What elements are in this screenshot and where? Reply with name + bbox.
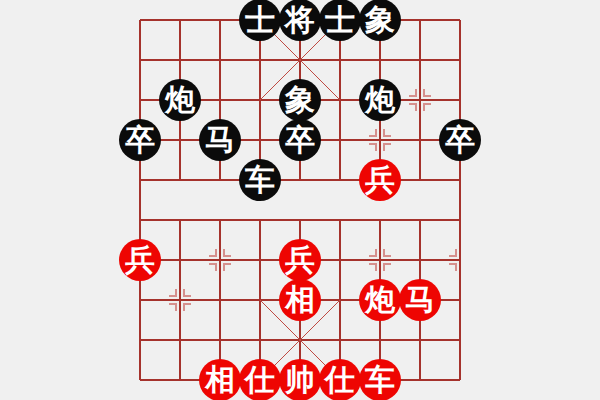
piece-black-soldier[interactable]: 卒 bbox=[279, 119, 321, 161]
piece-black-soldier[interactable]: 卒 bbox=[439, 119, 481, 161]
piece-red-advisor[interactable]: 仕 bbox=[319, 359, 361, 400]
xiangqi-piece-layer[interactable]: 士将士象炮象炮卒马卒卒车兵兵兵相炮马相仕帅仕车 bbox=[120, 0, 480, 400]
piece-glyph: 帅 bbox=[285, 365, 315, 395]
piece-glyph: 士 bbox=[245, 5, 275, 35]
piece-black-elephant[interactable]: 象 bbox=[279, 79, 321, 121]
piece-glyph: 士 bbox=[325, 5, 355, 35]
piece-glyph: 车 bbox=[245, 165, 275, 195]
piece-black-cannon[interactable]: 炮 bbox=[159, 79, 201, 121]
piece-glyph: 马 bbox=[405, 285, 435, 315]
piece-glyph: 将 bbox=[285, 5, 315, 35]
piece-black-cannon[interactable]: 炮 bbox=[359, 79, 401, 121]
piece-black-horse[interactable]: 马 bbox=[199, 119, 241, 161]
piece-red-horse[interactable]: 马 bbox=[399, 279, 441, 321]
xiangqi-app-screen: 士将士象炮象炮卒马卒卒车兵兵兵相炮马相仕帅仕车 bbox=[0, 0, 600, 400]
piece-red-advisor[interactable]: 仕 bbox=[239, 359, 281, 400]
piece-glyph: 象 bbox=[285, 85, 315, 115]
piece-black-soldier[interactable]: 卒 bbox=[119, 119, 161, 161]
piece-red-soldier[interactable]: 兵 bbox=[279, 239, 321, 281]
piece-red-soldier[interactable]: 兵 bbox=[359, 159, 401, 201]
piece-glyph: 兵 bbox=[285, 245, 315, 275]
piece-glyph: 卒 bbox=[125, 125, 155, 155]
piece-glyph: 车 bbox=[365, 365, 395, 395]
piece-black-elephant[interactable]: 象 bbox=[359, 0, 401, 41]
piece-red-soldier[interactable]: 兵 bbox=[119, 239, 161, 281]
piece-glyph: 相 bbox=[205, 365, 235, 395]
piece-black-chariot[interactable]: 车 bbox=[239, 159, 281, 201]
piece-red-general[interactable]: 帅 bbox=[279, 359, 321, 400]
piece-glyph: 卒 bbox=[285, 125, 315, 155]
piece-red-cannon[interactable]: 炮 bbox=[359, 279, 401, 321]
piece-glyph: 兵 bbox=[125, 245, 155, 275]
piece-glyph: 炮 bbox=[165, 85, 195, 115]
piece-glyph: 马 bbox=[205, 125, 235, 155]
piece-glyph: 相 bbox=[285, 285, 315, 315]
piece-glyph: 仕 bbox=[325, 365, 355, 395]
piece-glyph: 炮 bbox=[365, 285, 395, 315]
piece-red-elephant[interactable]: 相 bbox=[199, 359, 241, 400]
piece-black-advisor[interactable]: 士 bbox=[239, 0, 281, 41]
piece-glyph: 炮 bbox=[365, 85, 395, 115]
piece-glyph: 象 bbox=[365, 5, 395, 35]
piece-red-elephant[interactable]: 相 bbox=[279, 279, 321, 321]
piece-black-advisor[interactable]: 士 bbox=[319, 0, 361, 41]
piece-glyph: 卒 bbox=[445, 125, 475, 155]
piece-red-chariot[interactable]: 车 bbox=[359, 359, 401, 400]
piece-glyph: 兵 bbox=[365, 165, 395, 195]
piece-black-general[interactable]: 将 bbox=[279, 0, 321, 41]
piece-glyph: 仕 bbox=[245, 365, 275, 395]
